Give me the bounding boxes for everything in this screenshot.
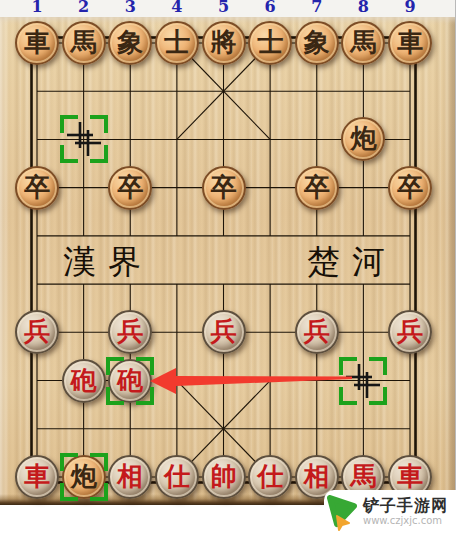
top-coord-5: 5	[218, 0, 229, 16]
crosshair-icon	[339, 357, 387, 405]
move-marker-to	[60, 453, 108, 501]
piece-士-black[interactable]: 士	[155, 21, 199, 65]
piece-仕-red[interactable]: 仕	[155, 455, 199, 499]
piece-兵-red[interactable]: 兵	[295, 310, 339, 354]
marker-corner	[106, 387, 124, 405]
piece-character: 士	[164, 29, 190, 55]
piece-character: 兵	[397, 318, 423, 344]
watermark-title: 铲子手游网	[363, 497, 448, 515]
top-coord-3: 3	[125, 0, 136, 16]
marker-corner	[136, 387, 154, 405]
piece-character: 兵	[304, 318, 330, 344]
top-coord-4: 4	[171, 0, 182, 16]
piece-馬-black[interactable]: 馬	[62, 21, 106, 65]
piece-character: 兵	[24, 318, 50, 344]
piece-character: 卒	[117, 174, 143, 200]
watermark-url: www.czjxjc.com	[363, 515, 448, 527]
marker-corner	[90, 453, 108, 471]
piece-車-red[interactable]: 車	[15, 455, 59, 499]
piece-卒-black[interactable]: 卒	[295, 166, 339, 210]
xiangqi-app-window: 漢界 楚河 車馬象士將士象馬車炮卒卒卒卒卒兵兵兵兵兵砲砲車炮相仕帥仕相馬車 12…	[0, 0, 461, 534]
top-coord-9: 9	[404, 0, 415, 16]
site-watermark: 铲子手游网 www.czjxjc.com	[324, 490, 461, 534]
piece-character: 馬	[350, 463, 376, 489]
piece-character: 馬	[71, 29, 97, 55]
piece-character: 車	[24, 463, 50, 489]
piece-character: 炮	[350, 125, 376, 151]
piece-character: 車	[397, 463, 423, 489]
crosshair-icon	[60, 115, 108, 163]
shovel-cursor-icon	[324, 493, 360, 531]
move-marker-from	[60, 115, 108, 163]
piece-仕-red[interactable]: 仕	[248, 455, 292, 499]
piece-character: 象	[117, 29, 143, 55]
piece-character: 卒	[304, 174, 330, 200]
window-right-edge	[455, 0, 461, 534]
top-coord-1: 1	[31, 0, 42, 16]
piece-士-black[interactable]: 士	[248, 21, 292, 65]
move-marker-from	[339, 357, 387, 405]
piece-character: 仕	[257, 463, 283, 489]
piece-兵-red[interactable]: 兵	[15, 310, 59, 354]
piece-character: 卒	[211, 174, 237, 200]
piece-character: 帥	[211, 463, 237, 489]
piece-相-red[interactable]: 相	[108, 455, 152, 499]
piece-character: 車	[24, 29, 50, 55]
piece-character: 卒	[397, 174, 423, 200]
piece-character: 砲	[71, 367, 97, 393]
piece-象-black[interactable]: 象	[295, 21, 339, 65]
piece-卒-black[interactable]: 卒	[202, 166, 246, 210]
piece-兵-red[interactable]: 兵	[388, 310, 432, 354]
river-label-left: 漢界	[63, 240, 153, 284]
piece-character: 將	[211, 29, 237, 55]
top-coord-2: 2	[78, 0, 89, 16]
piece-character: 馬	[350, 29, 376, 55]
piece-車-black[interactable]: 車	[15, 21, 59, 65]
piece-character: 象	[304, 29, 330, 55]
piece-character: 士	[257, 29, 283, 55]
piece-character: 兵	[117, 318, 143, 344]
piece-character: 兵	[211, 318, 237, 344]
piece-character: 卒	[24, 174, 50, 200]
piece-兵-red[interactable]: 兵	[202, 310, 246, 354]
piece-帥-red[interactable]: 帥	[202, 455, 246, 499]
top-coord-8: 8	[358, 0, 369, 16]
move-marker-to	[106, 357, 154, 405]
marker-corner	[60, 453, 78, 471]
piece-車-black[interactable]: 車	[388, 21, 432, 65]
river-label-right: 楚河	[307, 240, 397, 284]
top-coord-6: 6	[265, 0, 276, 16]
piece-character: 車	[397, 29, 423, 55]
file-numbers-strip-top: 123456789	[0, 0, 461, 17]
piece-character: 仕	[164, 463, 190, 489]
piece-卒-black[interactable]: 卒	[15, 166, 59, 210]
top-coord-7: 7	[311, 0, 322, 16]
piece-character: 相	[117, 463, 143, 489]
piece-將-black[interactable]: 將	[202, 21, 246, 65]
piece-象-black[interactable]: 象	[108, 21, 152, 65]
piece-卒-black[interactable]: 卒	[388, 166, 432, 210]
piece-砲-red[interactable]: 砲	[62, 359, 106, 403]
marker-corner	[90, 483, 108, 501]
marker-corner	[136, 357, 154, 375]
piece-卒-black[interactable]: 卒	[108, 166, 152, 210]
piece-character: 相	[304, 463, 330, 489]
marker-corner	[106, 357, 124, 375]
marker-corner	[60, 483, 78, 501]
